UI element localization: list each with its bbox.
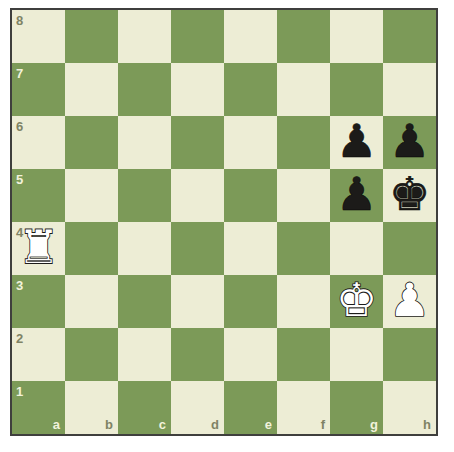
square-c7[interactable]: [118, 63, 171, 116]
square-g2[interactable]: [330, 328, 383, 381]
white-pawn[interactable]: ♟: [383, 273, 436, 326]
square-a5[interactable]: 5: [12, 169, 65, 222]
square-c1[interactable]: c: [118, 381, 171, 434]
square-e6[interactable]: [224, 116, 277, 169]
square-c6[interactable]: [118, 116, 171, 169]
square-g8[interactable]: [330, 10, 383, 63]
black-king[interactable]: ♚: [383, 167, 436, 220]
rank-label-3: 3: [16, 279, 23, 292]
square-g4[interactable]: [330, 222, 383, 275]
square-b2[interactable]: [65, 328, 118, 381]
chess-board: 876♟♟5♟♚4♜3♚♟21abcdefgh: [10, 8, 438, 436]
file-label-c: c: [159, 418, 166, 431]
square-g1[interactable]: g: [330, 381, 383, 434]
square-a7[interactable]: 7: [12, 63, 65, 116]
square-b4[interactable]: [65, 222, 118, 275]
square-e2[interactable]: [224, 328, 277, 381]
square-b8[interactable]: [65, 10, 118, 63]
black-pawn[interactable]: ♟: [383, 114, 436, 167]
square-e4[interactable]: [224, 222, 277, 275]
square-g6[interactable]: ♟: [330, 116, 383, 169]
file-label-e: e: [265, 418, 272, 431]
file-label-a: a: [53, 418, 60, 431]
square-f6[interactable]: [277, 116, 330, 169]
rank-label-2: 2: [16, 332, 23, 345]
square-b1[interactable]: b: [65, 381, 118, 434]
square-c2[interactable]: [118, 328, 171, 381]
file-label-b: b: [105, 418, 113, 431]
file-label-g: g: [370, 418, 378, 431]
rank-label-1: 1: [16, 385, 23, 398]
square-d2[interactable]: [171, 328, 224, 381]
rank-label-7: 7: [16, 67, 23, 80]
white-king[interactable]: ♚: [330, 273, 383, 326]
square-c4[interactable]: [118, 222, 171, 275]
square-h8[interactable]: [383, 10, 436, 63]
square-h2[interactable]: [383, 328, 436, 381]
square-a8[interactable]: 8: [12, 10, 65, 63]
square-f1[interactable]: f: [277, 381, 330, 434]
rank-label-5: 5: [16, 173, 23, 186]
file-label-f: f: [321, 418, 325, 431]
square-f8[interactable]: [277, 10, 330, 63]
square-h7[interactable]: [383, 63, 436, 116]
square-c5[interactable]: [118, 169, 171, 222]
square-h4[interactable]: [383, 222, 436, 275]
square-e5[interactable]: [224, 169, 277, 222]
rank-label-8: 8: [16, 14, 23, 27]
square-g5[interactable]: ♟: [330, 169, 383, 222]
black-pawn[interactable]: ♟: [330, 114, 383, 167]
square-h3[interactable]: ♟: [383, 275, 436, 328]
square-e7[interactable]: [224, 63, 277, 116]
square-a4[interactable]: 4♜: [12, 222, 65, 275]
square-a6[interactable]: 6: [12, 116, 65, 169]
square-d7[interactable]: [171, 63, 224, 116]
square-f5[interactable]: [277, 169, 330, 222]
file-label-d: d: [211, 418, 219, 431]
square-c3[interactable]: [118, 275, 171, 328]
square-a3[interactable]: 3: [12, 275, 65, 328]
square-e3[interactable]: [224, 275, 277, 328]
square-g3[interactable]: ♚: [330, 275, 383, 328]
square-b7[interactable]: [65, 63, 118, 116]
square-d4[interactable]: [171, 222, 224, 275]
square-f2[interactable]: [277, 328, 330, 381]
square-b5[interactable]: [65, 169, 118, 222]
square-e8[interactable]: [224, 10, 277, 63]
white-rook[interactable]: ♜: [12, 220, 65, 273]
rank-label-6: 6: [16, 120, 23, 133]
square-h5[interactable]: ♚: [383, 169, 436, 222]
square-d6[interactable]: [171, 116, 224, 169]
black-pawn[interactable]: ♟: [330, 167, 383, 220]
square-a1[interactable]: 1a: [12, 381, 65, 434]
square-c8[interactable]: [118, 10, 171, 63]
square-e1[interactable]: e: [224, 381, 277, 434]
file-label-h: h: [423, 418, 431, 431]
square-d5[interactable]: [171, 169, 224, 222]
square-f3[interactable]: [277, 275, 330, 328]
square-d1[interactable]: d: [171, 381, 224, 434]
square-g7[interactable]: [330, 63, 383, 116]
square-a2[interactable]: 2: [12, 328, 65, 381]
square-d3[interactable]: [171, 275, 224, 328]
square-b6[interactable]: [65, 116, 118, 169]
square-f7[interactable]: [277, 63, 330, 116]
square-h6[interactable]: ♟: [383, 116, 436, 169]
square-f4[interactable]: [277, 222, 330, 275]
square-d8[interactable]: [171, 10, 224, 63]
square-h1[interactable]: h: [383, 381, 436, 434]
square-b3[interactable]: [65, 275, 118, 328]
